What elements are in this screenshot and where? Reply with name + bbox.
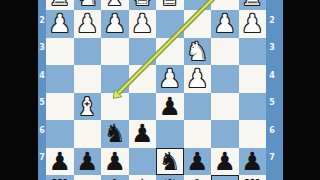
square-a7[interactable]: ♟ <box>239 148 267 176</box>
square-b4[interactable] <box>211 65 239 93</box>
square-c2[interactable] <box>184 10 212 38</box>
piece-bR-h8: ♜ <box>49 175 71 180</box>
rank-label-right-7: 7 <box>266 154 278 162</box>
square-h6[interactable] <box>46 120 74 148</box>
piece-wP-b2: ♟ <box>214 10 236 38</box>
square-b8[interactable] <box>211 175 239 180</box>
square-e8[interactable]: ♚ <box>129 175 157 180</box>
square-e5[interactable] <box>129 93 157 121</box>
square-h4[interactable] <box>46 65 74 93</box>
square-h1[interactable]: ♜ <box>46 0 74 10</box>
square-c8[interactable]: ♝ <box>184 175 212 180</box>
square-a6[interactable] <box>239 120 267 148</box>
piece-bP-b7: ♟ <box>214 148 236 176</box>
piece-wP-f2: ♟ <box>104 10 126 38</box>
square-a3[interactable] <box>239 38 267 66</box>
square-c3[interactable]: ♞ <box>184 38 212 66</box>
square-g2[interactable]: ♟ <box>74 10 102 38</box>
square-g5[interactable]: ♝ <box>74 93 102 121</box>
piece-wP-g2: ♟ <box>76 10 98 38</box>
piece-bN-d7: ♞ <box>159 148 181 176</box>
piece-bR-a8: ♜ <box>241 175 263 180</box>
square-a8[interactable]: ♜ <box>239 175 267 180</box>
square-g8[interactable] <box>74 175 102 180</box>
rank-label-left-5: 5 <box>38 99 46 107</box>
square-g6[interactable] <box>74 120 102 148</box>
rank-label-right-4: 4 <box>266 72 278 80</box>
square-f2[interactable]: ♟ <box>101 10 129 38</box>
rank-label-left-3: 3 <box>38 44 46 52</box>
square-b2[interactable]: ♟ <box>211 10 239 38</box>
piece-bB-c8: ♝ <box>186 175 208 180</box>
square-e1[interactable]: ♚ <box>129 0 157 10</box>
square-b6[interactable] <box>211 120 239 148</box>
piece-wB-f1: ♝ <box>104 0 126 10</box>
square-e6[interactable]: ♟ <box>129 120 157 148</box>
square-b1[interactable] <box>211 0 239 10</box>
square-h5[interactable] <box>46 93 74 121</box>
square-d5[interactable]: ♟ <box>156 93 184 121</box>
piece-bP-a7: ♟ <box>241 148 263 176</box>
rank-strip-left: 234567 <box>38 0 46 180</box>
piece-bP-d5: ♟ <box>159 93 181 121</box>
piece-bP-c7: ♟ <box>186 148 208 176</box>
rank-strip-right: 234567 <box>266 0 283 180</box>
square-d7[interactable]: ♞ <box>156 148 184 176</box>
square-f5[interactable] <box>101 93 129 121</box>
board-squares: ♜♞♝♚♛♜♟♟♟♟♟♟♞♟♟♝♟♞♟♟♟♟♞♟♟♟♜♝♚♛♝♜ <box>46 0 266 180</box>
square-e7[interactable] <box>129 148 157 176</box>
square-f6[interactable]: ♞ <box>101 120 129 148</box>
square-a5[interactable] <box>239 93 267 121</box>
piece-wR-a1: ♜ <box>241 0 263 10</box>
square-d8[interactable]: ♛ <box>156 175 184 180</box>
square-h3[interactable] <box>46 38 74 66</box>
piece-bP-e6: ♟ <box>131 120 153 148</box>
piece-wP-h2: ♟ <box>49 10 71 38</box>
square-c5[interactable] <box>184 93 212 121</box>
piece-wB-g5: ♝ <box>76 93 98 121</box>
square-b7[interactable]: ♟ <box>211 148 239 176</box>
square-f7[interactable]: ♟ <box>101 148 129 176</box>
square-f8[interactable]: ♝ <box>101 175 129 180</box>
square-g3[interactable] <box>74 38 102 66</box>
square-e3[interactable] <box>129 38 157 66</box>
piece-wP-a2: ♟ <box>241 10 263 38</box>
rank-label-left-6: 6 <box>38 127 46 135</box>
square-d3[interactable] <box>156 38 184 66</box>
square-b5[interactable] <box>211 93 239 121</box>
square-a1[interactable]: ♜ <box>239 0 267 10</box>
piece-bB-f8: ♝ <box>104 175 126 180</box>
rank-label-right-2: 2 <box>266 17 278 25</box>
square-c7[interactable]: ♟ <box>184 148 212 176</box>
piece-wK-e1: ♚ <box>131 0 153 10</box>
square-d2[interactable] <box>156 10 184 38</box>
piece-bQ-d8: ♛ <box>159 175 181 180</box>
square-h2[interactable]: ♟ <box>46 10 74 38</box>
square-g7[interactable]: ♟ <box>74 148 102 176</box>
square-f4[interactable] <box>101 65 129 93</box>
piece-wN-g1: ♞ <box>76 0 98 10</box>
square-c6[interactable] <box>184 120 212 148</box>
square-a2[interactable]: ♟ <box>239 10 267 38</box>
square-h8[interactable]: ♜ <box>46 175 74 180</box>
rank-label-left-4: 4 <box>38 72 46 80</box>
square-a4[interactable] <box>239 65 267 93</box>
piece-wP-c4: ♟ <box>186 65 208 93</box>
rank-label-right-3: 3 <box>266 44 278 52</box>
square-c1[interactable] <box>184 0 212 10</box>
square-e4[interactable] <box>129 65 157 93</box>
piece-bK-e8: ♚ <box>131 175 153 180</box>
piece-wN-c3: ♞ <box>186 38 208 66</box>
square-b3[interactable] <box>211 38 239 66</box>
piece-bN-f6: ♞ <box>104 120 126 148</box>
piece-bP-g7: ♟ <box>76 148 98 176</box>
square-d6[interactable] <box>156 120 184 148</box>
chess-video-frame: 234567 234567 ♜♞♝♚♛♜♟♟♟♟♟♟♞♟♟♝♟♞♟♟♟♟♞♟♟♟… <box>0 0 320 180</box>
piece-bP-h7: ♟ <box>49 148 71 176</box>
square-c4[interactable]: ♟ <box>184 65 212 93</box>
rank-label-left-2: 2 <box>38 17 46 25</box>
piece-wP-d4: ♟ <box>159 65 181 93</box>
square-d4[interactable]: ♟ <box>156 65 184 93</box>
rank-label-left-7: 7 <box>38 154 46 162</box>
piece-wQ-d1: ♛ <box>159 0 181 10</box>
rank-label-right-6: 6 <box>266 127 278 135</box>
square-h7[interactable]: ♟ <box>46 148 74 176</box>
square-e2[interactable]: ♟ <box>129 10 157 38</box>
piece-wP-e2: ♟ <box>131 10 153 38</box>
square-f3[interactable] <box>101 38 129 66</box>
square-g1[interactable]: ♞ <box>74 0 102 10</box>
square-d1[interactable]: ♛ <box>156 0 184 10</box>
piece-bP-f7: ♟ <box>104 148 126 176</box>
rank-label-right-5: 5 <box>266 99 278 107</box>
square-g4[interactable] <box>74 65 102 93</box>
piece-wR-h1: ♜ <box>49 0 71 10</box>
square-f1[interactable]: ♝ <box>101 0 129 10</box>
